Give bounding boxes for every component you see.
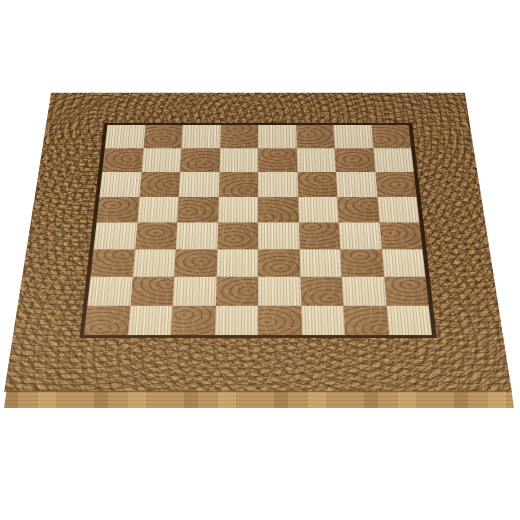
square-a7 [102, 148, 143, 172]
square-b1 [127, 305, 172, 335]
square-h6 [375, 172, 417, 197]
square-f3 [299, 249, 342, 277]
square-c3 [174, 249, 217, 277]
square-c7 [180, 148, 220, 172]
square-a1 [84, 305, 130, 335]
square-g6 [336, 172, 377, 197]
square-c6 [179, 172, 219, 197]
square-h7 [373, 148, 414, 172]
square-f5 [298, 197, 339, 223]
square-b3 [132, 249, 175, 277]
square-f8 [296, 125, 335, 148]
square-d2 [215, 277, 258, 306]
square-h1 [386, 305, 432, 335]
square-a5 [97, 197, 140, 223]
square-d5 [218, 197, 258, 223]
square-b8 [143, 125, 183, 148]
square-e6 [258, 172, 298, 197]
square-d1 [214, 305, 258, 335]
square-c4 [176, 222, 218, 249]
square-b7 [141, 148, 181, 172]
board-inlay-border [79, 123, 436, 338]
square-g2 [342, 277, 386, 306]
square-f2 [300, 277, 343, 306]
square-f1 [301, 305, 345, 335]
square-b2 [130, 277, 174, 306]
square-a2 [87, 277, 132, 306]
square-e7 [258, 148, 297, 172]
square-g1 [343, 305, 388, 335]
board-frame [4, 93, 512, 392]
square-h8 [371, 125, 411, 148]
square-h2 [384, 277, 429, 306]
square-h3 [381, 249, 425, 277]
square-d6 [218, 172, 258, 197]
square-e1 [258, 305, 302, 335]
square-b4 [135, 222, 178, 249]
square-e5 [258, 197, 298, 223]
square-e2 [258, 277, 301, 306]
square-f6 [297, 172, 337, 197]
square-a6 [99, 172, 141, 197]
board-front-edge [4, 391, 514, 408]
board-grid [84, 125, 432, 335]
square-f4 [298, 222, 340, 249]
square-b5 [137, 197, 179, 223]
square-a8 [105, 125, 145, 148]
square-c2 [173, 277, 216, 306]
square-e8 [258, 125, 296, 148]
square-d8 [220, 125, 258, 148]
square-d3 [216, 249, 258, 277]
square-e3 [258, 249, 300, 277]
square-a3 [90, 249, 134, 277]
square-c1 [171, 305, 215, 335]
chessboard-product-photo [0, 0, 520, 520]
square-g8 [333, 125, 373, 148]
square-d7 [219, 148, 258, 172]
square-c5 [177, 197, 218, 223]
square-b6 [139, 172, 180, 197]
square-h4 [379, 222, 422, 249]
square-f7 [296, 148, 336, 172]
square-g5 [337, 197, 379, 223]
square-h5 [377, 197, 420, 223]
square-g3 [340, 249, 383, 277]
square-g4 [339, 222, 382, 249]
chess-board [4, 93, 512, 392]
square-e4 [258, 222, 299, 249]
square-a4 [94, 222, 137, 249]
square-d4 [217, 222, 258, 249]
square-c8 [181, 125, 220, 148]
square-g7 [335, 148, 375, 172]
